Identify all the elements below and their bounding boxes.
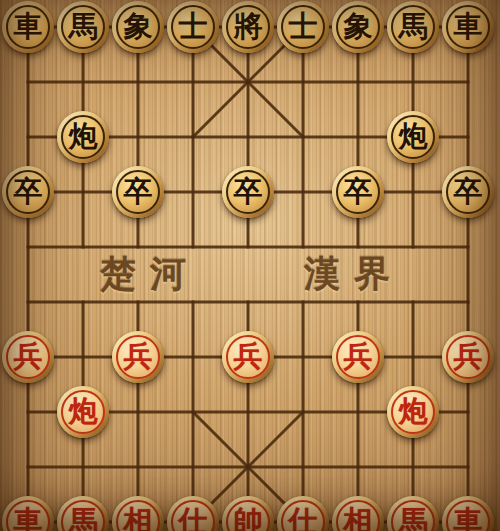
piece-red-炮[interactable]: 炮 [387, 386, 439, 438]
piece-character: 炮 [69, 122, 98, 151]
piece-face: 兵 [226, 335, 270, 379]
piece-black-炮[interactable]: 炮 [387, 111, 439, 163]
piece-black-將[interactable]: 將 [222, 1, 274, 53]
piece-face: 炮 [61, 390, 105, 434]
piece-character: 兵 [344, 342, 373, 371]
piece-black-炮[interactable]: 炮 [57, 111, 109, 163]
piece-red-兵[interactable]: 兵 [2, 331, 54, 383]
piece-face: 士 [171, 5, 215, 49]
piece-character: 相 [344, 507, 373, 531]
piece-face: 帥 [226, 500, 270, 531]
piece-character: 卒 [14, 177, 43, 206]
piece-character: 相 [124, 507, 153, 531]
piece-black-象[interactable]: 象 [332, 1, 384, 53]
piece-red-炮[interactable]: 炮 [57, 386, 109, 438]
piece-face: 兵 [116, 335, 160, 379]
piece-character: 馬 [399, 507, 428, 531]
piece-face: 卒 [446, 170, 490, 214]
piece-character: 兵 [454, 342, 483, 371]
piece-face: 炮 [391, 390, 435, 434]
piece-face: 象 [336, 5, 380, 49]
piece-face: 車 [446, 5, 490, 49]
piece-face: 馬 [391, 500, 435, 531]
piece-character: 帥 [234, 507, 263, 531]
piece-face: 士 [281, 5, 325, 49]
piece-black-卒[interactable]: 卒 [112, 166, 164, 218]
piece-character: 仕 [289, 507, 318, 531]
piece-black-士[interactable]: 士 [167, 1, 219, 53]
piece-face: 炮 [391, 115, 435, 159]
piece-character: 車 [14, 507, 43, 531]
piece-black-卒[interactable]: 卒 [332, 166, 384, 218]
piece-character: 將 [234, 12, 263, 41]
piece-face: 仕 [281, 500, 325, 531]
piece-red-兵[interactable]: 兵 [442, 331, 494, 383]
piece-character: 兵 [234, 342, 263, 371]
piece-black-車[interactable]: 車 [442, 1, 494, 53]
piece-character: 卒 [344, 177, 373, 206]
piece-black-卒[interactable]: 卒 [2, 166, 54, 218]
piece-black-卒[interactable]: 卒 [222, 166, 274, 218]
piece-face: 兵 [336, 335, 380, 379]
xiangqi-board: 楚河 漢界 車馬象士將士象馬車炮炮卒卒卒卒卒兵兵兵兵兵炮炮車馬相仕帥仕相馬車 [0, 0, 500, 531]
piece-face: 炮 [61, 115, 105, 159]
piece-character: 車 [454, 507, 483, 531]
piece-character: 馬 [69, 12, 98, 41]
piece-character: 車 [14, 12, 43, 41]
piece-character: 仕 [179, 507, 208, 531]
piece-character: 卒 [454, 177, 483, 206]
piece-face: 車 [6, 500, 50, 531]
piece-face: 卒 [116, 170, 160, 214]
piece-character: 卒 [124, 177, 153, 206]
piece-face: 馬 [61, 500, 105, 531]
piece-character: 炮 [69, 397, 98, 426]
piece-face: 將 [226, 5, 270, 49]
piece-black-馬[interactable]: 馬 [387, 1, 439, 53]
piece-character: 象 [124, 12, 153, 41]
piece-character: 卒 [234, 177, 263, 206]
piece-black-象[interactable]: 象 [112, 1, 164, 53]
river-label-right: 漢界 [304, 256, 404, 292]
piece-black-馬[interactable]: 馬 [57, 1, 109, 53]
piece-face: 卒 [336, 170, 380, 214]
piece-face: 馬 [61, 5, 105, 49]
piece-black-士[interactable]: 士 [277, 1, 329, 53]
piece-character: 象 [344, 12, 373, 41]
piece-face: 卒 [6, 170, 50, 214]
piece-black-卒[interactable]: 卒 [442, 166, 494, 218]
piece-character: 炮 [399, 122, 428, 151]
piece-character: 士 [179, 12, 208, 41]
piece-character: 士 [289, 12, 318, 41]
river-label-left: 楚河 [100, 256, 200, 292]
piece-red-兵[interactable]: 兵 [332, 331, 384, 383]
piece-face: 車 [446, 500, 490, 531]
piece-face: 兵 [446, 335, 490, 379]
piece-black-車[interactable]: 車 [2, 1, 54, 53]
piece-face: 卒 [226, 170, 270, 214]
board-grid [0, 0, 500, 531]
piece-face: 相 [116, 500, 160, 531]
piece-character: 兵 [14, 342, 43, 371]
piece-face: 馬 [391, 5, 435, 49]
piece-character: 馬 [69, 507, 98, 531]
piece-character: 兵 [124, 342, 153, 371]
piece-face: 仕 [171, 500, 215, 531]
piece-face: 兵 [6, 335, 50, 379]
piece-face: 相 [336, 500, 380, 531]
piece-character: 馬 [399, 12, 428, 41]
piece-face: 車 [6, 5, 50, 49]
piece-character: 車 [454, 12, 483, 41]
piece-face: 象 [116, 5, 160, 49]
piece-red-兵[interactable]: 兵 [112, 331, 164, 383]
piece-character: 炮 [399, 397, 428, 426]
piece-red-兵[interactable]: 兵 [222, 331, 274, 383]
